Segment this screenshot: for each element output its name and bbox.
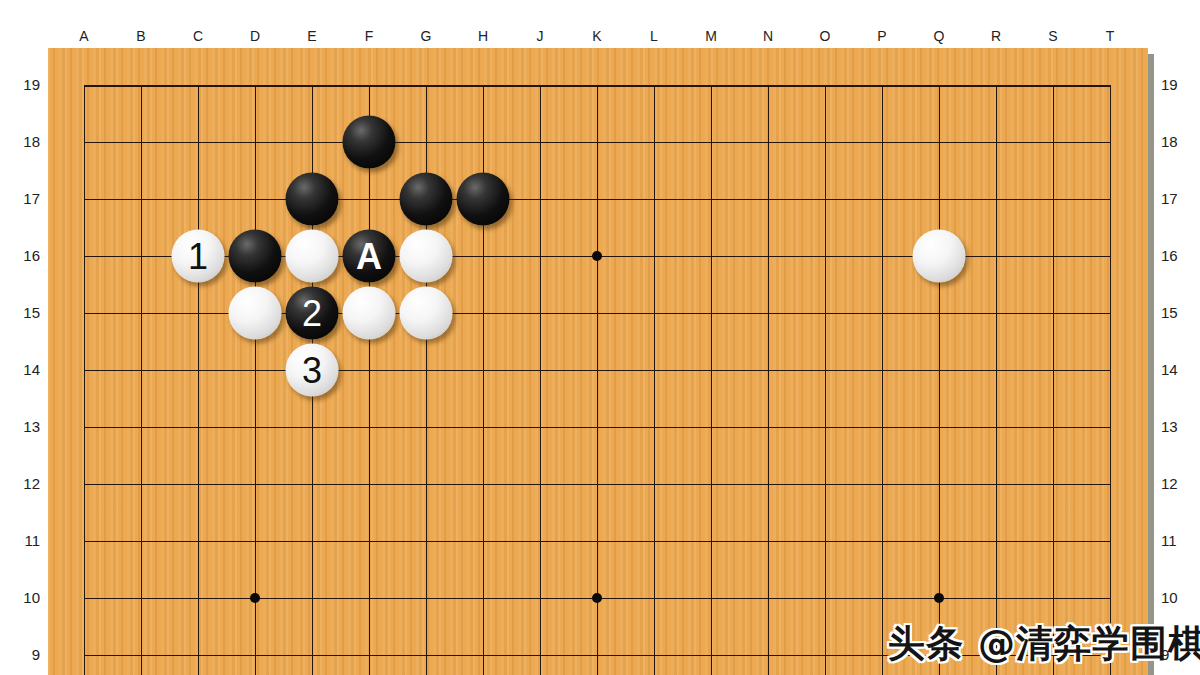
row-label-right-11: 11: [1161, 532, 1195, 550]
star-point-K16: [592, 251, 602, 261]
stone-white-D15: [229, 287, 282, 340]
grid-line-col-C: [198, 85, 199, 675]
stone-label-A: A: [356, 238, 382, 274]
grid-line-col-B: [141, 85, 142, 675]
row-label-right-15: 15: [1161, 304, 1195, 322]
row-label-left-18: 18: [6, 133, 40, 151]
col-label-Q: Q: [926, 28, 952, 44]
row-label-right-10: 10: [1161, 589, 1195, 607]
col-label-D: D: [242, 28, 268, 44]
stone-label-1: 1: [188, 238, 208, 274]
col-label-S: S: [1040, 28, 1066, 44]
grid-line-col-F: [369, 85, 370, 675]
grid-line-col-T: [1110, 85, 1111, 675]
stone-label-2: 2: [302, 295, 322, 331]
watermark-text: 头条 @清弈学围棋: [888, 619, 1200, 669]
row-label-left-17: 17: [6, 190, 40, 208]
col-label-K: K: [584, 28, 610, 44]
row-label-right-9: 9: [1161, 646, 1195, 664]
col-label-J: J: [527, 28, 553, 44]
row-label-left-15: 15: [6, 304, 40, 322]
row-label-left-12: 12: [6, 475, 40, 493]
star-point-K10: [592, 593, 602, 603]
stone-black-H17: [457, 173, 510, 226]
col-label-E: E: [299, 28, 325, 44]
stone-white-G15: [400, 287, 453, 340]
col-label-O: O: [812, 28, 838, 44]
grid-line-col-K: [597, 85, 598, 675]
grid-line-col-A: [84, 85, 85, 675]
col-label-H: H: [470, 28, 496, 44]
go-board: 1A23: [48, 48, 1148, 675]
col-label-B: B: [128, 28, 154, 44]
grid-line-col-P: [882, 85, 883, 675]
col-label-A: A: [71, 28, 97, 44]
row-label-left-10: 10: [6, 589, 40, 607]
row-label-left-9: 9: [6, 646, 40, 664]
row-label-right-14: 14: [1161, 361, 1195, 379]
row-label-left-14: 14: [6, 361, 40, 379]
col-label-G: G: [413, 28, 439, 44]
row-label-right-18: 18: [1161, 133, 1195, 151]
star-point-Q10: [934, 593, 944, 603]
col-label-F: F: [356, 28, 382, 44]
go-diagram: 1A23 头条 @清弈学围棋 ABCDEFGHJKLMNOPQRST191918…: [0, 0, 1200, 675]
grid-line-col-O: [825, 85, 826, 675]
stone-label-3: 3: [302, 352, 322, 388]
row-label-right-19: 19: [1161, 76, 1195, 94]
col-label-T: T: [1097, 28, 1123, 44]
row-label-right-12: 12: [1161, 475, 1195, 493]
star-point-D10: [250, 593, 260, 603]
stone-black-D16: [229, 230, 282, 283]
grid-line-col-R: [996, 85, 997, 675]
grid-line-col-D: [255, 85, 256, 675]
row-label-left-11: 11: [6, 532, 40, 550]
stone-black-F16: A: [343, 230, 396, 283]
row-label-right-16: 16: [1161, 247, 1195, 265]
col-label-N: N: [755, 28, 781, 44]
grid-line-col-M: [711, 85, 712, 675]
col-label-R: R: [983, 28, 1009, 44]
row-label-left-16: 16: [6, 247, 40, 265]
stone-black-E15: 2: [286, 287, 339, 340]
stone-white-Q16: [913, 230, 966, 283]
stone-white-C16: 1: [172, 230, 225, 283]
grid-line-col-S: [1053, 85, 1054, 675]
col-label-C: C: [185, 28, 211, 44]
stone-white-E16: [286, 230, 339, 283]
row-label-right-13: 13: [1161, 418, 1195, 436]
stone-black-E17: [286, 173, 339, 226]
col-label-P: P: [869, 28, 895, 44]
row-label-right-17: 17: [1161, 190, 1195, 208]
grid-line-col-Q: [939, 85, 940, 675]
stone-white-G16: [400, 230, 453, 283]
row-label-left-19: 19: [6, 76, 40, 94]
grid-line-col-L: [654, 85, 655, 675]
stone-white-F15: [343, 287, 396, 340]
stone-white-E14: 3: [286, 344, 339, 397]
grid-line-col-N: [768, 85, 769, 675]
col-label-L: L: [641, 28, 667, 44]
grid-line-col-J: [540, 85, 541, 675]
col-label-M: M: [698, 28, 724, 44]
row-label-left-13: 13: [6, 418, 40, 436]
stone-black-F18: [343, 116, 396, 169]
stone-black-G17: [400, 173, 453, 226]
